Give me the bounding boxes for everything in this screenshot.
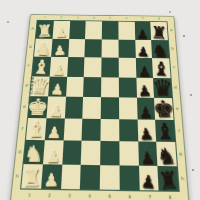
black-knight[interactable]: ♞	[156, 144, 178, 167]
coordinate-label: 1	[44, 16, 46, 19]
white-pawn[interactable]: ♟	[53, 44, 66, 58]
white-pawn[interactable]: ♟	[55, 27, 68, 40]
square[interactable]	[81, 141, 100, 165]
square[interactable]	[119, 97, 137, 119]
white-pawn[interactable]: ♟	[50, 83, 65, 98]
coordinate-label: 6	[125, 17, 127, 20]
square[interactable]: ♟	[41, 164, 62, 189]
square[interactable]	[80, 164, 100, 189]
coordinate-label: h	[181, 177, 184, 182]
white-knight[interactable]: ♞	[24, 142, 44, 164]
coordinate-label: 5	[108, 194, 111, 199]
coordinate-label: 2	[60, 16, 62, 19]
white-pawn[interactable]: ♟	[48, 103, 63, 119]
black-pawn[interactable]: ♟	[138, 84, 153, 99]
coordinate-label: f	[178, 129, 181, 133]
square[interactable]: ♜	[158, 165, 179, 190]
coordinate-label: 4	[93, 17, 95, 20]
coordinate-label: h	[16, 174, 19, 179]
coordinate-label: g	[179, 152, 182, 156]
square[interactable]: ♞	[34, 38, 52, 57]
black-rook[interactable]: ♜	[157, 168, 180, 193]
white-pawn[interactable]: ♟	[45, 148, 60, 165]
coordinate-label: e	[176, 107, 179, 111]
square[interactable]	[101, 77, 119, 98]
square[interactable]	[101, 57, 118, 77]
coordinate-label: d	[174, 86, 177, 90]
coordinate-label: a	[170, 29, 172, 32]
square[interactable]	[100, 165, 120, 190]
black-knight[interactable]: ♞	[152, 41, 169, 59]
black-pawn[interactable]: ♟	[141, 173, 156, 192]
square[interactable]: ♟	[43, 140, 63, 164]
square[interactable]	[101, 97, 119, 119]
square[interactable]	[119, 119, 138, 142]
black-pawn[interactable]: ♟	[139, 126, 155, 143]
chess-board: ♜♟♟♜♞♟♟♞♝♟♟♝♛♟♟♛♚♟♟♚♝♟♟♝♞♟♟♞♜♟♟♜ 1234567…	[10, 14, 187, 200]
black-bishop[interactable]: ♝	[154, 121, 176, 143]
coordinate-label: 4	[88, 194, 91, 199]
white-pawn[interactable]: ♟	[47, 125, 62, 141]
square[interactable]	[83, 77, 101, 98]
square[interactable]	[66, 76, 84, 97]
black-pawn[interactable]: ♟	[138, 65, 152, 79]
coordinate-label: f	[21, 127, 24, 131]
photo-background: ♜♟♟♜♞♟♟♞♝♟♟♝♛♟♟♛♚♟♟♚♝♟♟♝♞♟♟♞♜♟♟♜ 1234567…	[0, 0, 200, 200]
square[interactable]	[119, 77, 137, 98]
coordinate-label: c	[27, 64, 30, 68]
square[interactable]	[63, 118, 82, 141]
black-king[interactable]: ♚	[152, 97, 175, 121]
square[interactable]: ♟	[135, 39, 152, 58]
square[interactable]	[64, 97, 83, 119]
coordinate-label: b	[171, 47, 174, 50]
coordinate-label: 7	[142, 17, 144, 20]
black-pawn[interactable]: ♟	[139, 105, 154, 120]
square[interactable]	[67, 57, 85, 77]
square[interactable]	[100, 141, 119, 165]
coordinate-label: 8	[158, 17, 160, 20]
white-rook[interactable]: ♜	[22, 166, 42, 190]
black-pawn[interactable]: ♟	[140, 149, 156, 167]
square[interactable]: ♚	[154, 98, 173, 120]
white-rook[interactable]: ♜	[36, 22, 53, 39]
white-bishop[interactable]: ♝	[26, 119, 46, 142]
coordinate-label: g	[18, 150, 21, 154]
board-border-frame: ♜♟♟♜♞♟♟♞♝♟♟♝♛♟♟♛♚♟♟♚♝♟♟♝♞♟♟♞♜♟♟♜ 1234567…	[10, 14, 190, 200]
coordinate-label: 3	[68, 194, 71, 199]
black-rook[interactable]: ♜	[151, 24, 168, 42]
coordinate-label: 3	[76, 16, 78, 19]
square[interactable]	[85, 39, 102, 58]
square[interactable]: ♟	[135, 58, 153, 78]
coordinate-label: 1	[28, 193, 31, 198]
white-pawn[interactable]: ♟	[43, 172, 58, 190]
square[interactable]	[118, 22, 135, 40]
square[interactable]: ♞	[156, 142, 176, 166]
coordinate-label: 5	[109, 17, 111, 20]
coordinate-label: b	[29, 45, 32, 48]
coordinate-label: 6	[128, 195, 131, 200]
square[interactable]	[82, 118, 101, 141]
square[interactable]: ♟	[134, 22, 151, 40]
square[interactable]: ♟	[45, 118, 65, 141]
square[interactable]: ♞	[151, 40, 169, 59]
coordinate-label: 7	[149, 195, 152, 200]
coordinate-label: c	[173, 66, 176, 70]
square[interactable]	[118, 58, 135, 78]
square[interactable]: ♜	[150, 22, 167, 40]
coordinate-label: 2	[48, 194, 51, 199]
square[interactable]	[102, 21, 119, 39]
square[interactable]	[85, 21, 102, 39]
square[interactable]	[68, 39, 86, 58]
square[interactable]	[119, 165, 139, 190]
square[interactable]	[118, 39, 135, 58]
square[interactable]	[100, 118, 119, 141]
board-grid: ♜♟♟♜♞♟♟♞♝♟♟♝♛♟♟♛♚♟♟♚♝♟♟♝♞♟♟♞♜♟♟♜	[20, 20, 180, 192]
black-pawn[interactable]: ♟	[137, 28, 150, 41]
square[interactable]: ♝	[155, 119, 175, 142]
square[interactable]	[69, 21, 86, 39]
white-pawn[interactable]: ♟	[51, 63, 66, 78]
square[interactable]: ♝	[26, 117, 46, 140]
square[interactable]	[62, 140, 82, 164]
coordinate-label: 8	[169, 195, 172, 200]
square[interactable]: ♟	[52, 21, 69, 39]
square[interactable]	[84, 57, 102, 77]
square[interactable]	[119, 141, 138, 165]
square[interactable]	[102, 39, 119, 58]
coordinate-label: e	[23, 105, 26, 109]
square[interactable]: ♜	[21, 163, 43, 188]
square[interactable]	[83, 97, 101, 119]
square[interactable]	[60, 164, 81, 189]
coordinate-label: a	[31, 27, 34, 30]
square[interactable]: ♞	[24, 140, 45, 164]
square[interactable]: ♜	[36, 21, 54, 39]
square[interactable]: ♟	[51, 38, 69, 57]
black-pawn[interactable]: ♟	[137, 46, 150, 60]
coordinates-bottom: 12345678	[19, 191, 181, 200]
